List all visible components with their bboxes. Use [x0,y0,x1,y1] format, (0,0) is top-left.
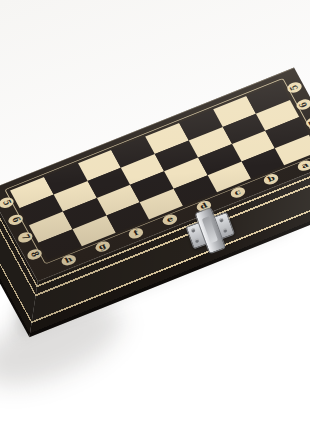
rank-label-8-left: 8 [25,248,43,262]
rank-label-6-left: 6 [6,213,24,227]
product-photo-stage: hgfedcba56785678 [0,0,310,430]
